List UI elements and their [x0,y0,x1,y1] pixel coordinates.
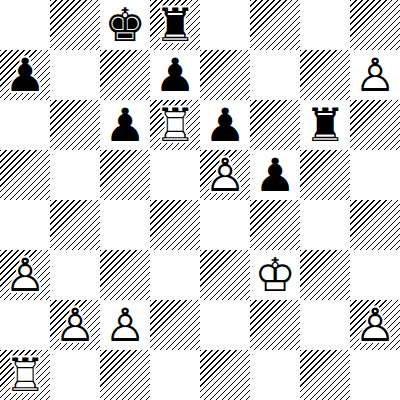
white-king-icon: ♔ [250,250,300,300]
square-d4[interactable] [150,200,200,250]
piece-white-pawn: ♟♙ [350,50,400,100]
square-h1[interactable] [350,350,400,400]
square-g6[interactable]: ♜♜ [300,100,350,150]
piece-black-pawn: ♟♟ [200,100,250,150]
piece-white-pawn: ♟♙ [100,300,150,350]
black-pawn-icon: ♟ [200,100,250,150]
square-b8[interactable] [50,0,100,50]
square-d3[interactable] [150,250,200,300]
square-b3[interactable] [50,250,100,300]
black-pawn-icon: ♟ [250,150,300,200]
square-f7[interactable] [250,50,300,100]
white-pawn-icon: ♙ [350,300,400,350]
square-e4[interactable] [200,200,250,250]
piece-white-pawn: ♟♙ [0,250,50,300]
square-a3[interactable]: ♟♙ [0,250,50,300]
piece-black-king: ♚♚ [100,0,150,50]
black-king-icon: ♚ [100,0,150,50]
square-f1[interactable] [250,350,300,400]
square-c7[interactable] [100,50,150,100]
square-b2[interactable]: ♟♙ [50,300,100,350]
square-g8[interactable] [300,0,350,50]
square-b5[interactable] [50,150,100,200]
square-c2[interactable]: ♟♙ [100,300,150,350]
square-h6[interactable] [350,100,400,150]
piece-black-pawn: ♟♟ [100,100,150,150]
square-g1[interactable] [300,350,350,400]
square-d5[interactable] [150,150,200,200]
chess-board: ♚♚♜♜♟♟♟♟♟♙♟♟♜♖♟♟♜♜♟♙♟♟♟♙♚♔♟♙♟♙♟♙♜♖ [0,0,400,400]
square-a5[interactable] [0,150,50,200]
square-a4[interactable] [0,200,50,250]
piece-white-rook: ♜♖ [0,350,50,400]
white-pawn-icon: ♙ [100,300,150,350]
black-pawn-icon: ♟ [150,50,200,100]
white-rook-icon: ♖ [0,350,50,400]
square-c1[interactable] [100,350,150,400]
black-rook-icon: ♜ [300,100,350,150]
piece-white-pawn: ♟♙ [350,300,400,350]
square-h5[interactable] [350,150,400,200]
white-rook-icon: ♖ [150,100,200,150]
square-c3[interactable] [100,250,150,300]
square-b6[interactable] [50,100,100,150]
square-e2[interactable] [200,300,250,350]
piece-black-pawn: ♟♟ [250,150,300,200]
square-c8[interactable]: ♚♚ [100,0,150,50]
chess-diagram: ♚♚♜♜♟♟♟♟♟♙♟♟♜♖♟♟♜♜♟♙♟♟♟♙♚♔♟♙♟♙♟♙♜♖ [0,0,400,400]
square-d8[interactable]: ♜♜ [150,0,200,50]
square-e1[interactable] [200,350,250,400]
piece-white-king: ♚♔ [250,250,300,300]
white-pawn-icon: ♙ [0,250,50,300]
piece-black-rook: ♜♜ [150,0,200,50]
square-e6[interactable]: ♟♟ [200,100,250,150]
black-pawn-icon: ♟ [100,100,150,150]
square-b4[interactable] [50,200,100,250]
square-d7[interactable]: ♟♟ [150,50,200,100]
piece-white-pawn: ♟♙ [200,150,250,200]
square-e5[interactable]: ♟♙ [200,150,250,200]
square-g5[interactable] [300,150,350,200]
square-f4[interactable] [250,200,300,250]
square-f6[interactable] [250,100,300,150]
square-h3[interactable] [350,250,400,300]
square-g4[interactable] [300,200,350,250]
square-e8[interactable] [200,0,250,50]
white-pawn-icon: ♙ [200,150,250,200]
square-a6[interactable] [0,100,50,150]
square-e3[interactable] [200,250,250,300]
square-e7[interactable] [200,50,250,100]
square-f5[interactable]: ♟♟ [250,150,300,200]
white-pawn-icon: ♙ [50,300,100,350]
piece-black-pawn: ♟♟ [150,50,200,100]
square-g2[interactable] [300,300,350,350]
white-pawn-icon: ♙ [350,50,400,100]
square-d2[interactable] [150,300,200,350]
square-f3[interactable]: ♚♔ [250,250,300,300]
square-h7[interactable]: ♟♙ [350,50,400,100]
square-h4[interactable] [350,200,400,250]
piece-white-rook: ♜♖ [150,100,200,150]
square-d6[interactable]: ♜♖ [150,100,200,150]
square-h8[interactable] [350,0,400,50]
square-f2[interactable] [250,300,300,350]
square-a1[interactable]: ♜♖ [0,350,50,400]
black-rook-icon: ♜ [150,0,200,50]
square-b7[interactable] [50,50,100,100]
square-h2[interactable]: ♟♙ [350,300,400,350]
square-c4[interactable] [100,200,150,250]
square-a2[interactable] [0,300,50,350]
piece-black-pawn: ♟♟ [0,50,50,100]
square-c6[interactable]: ♟♟ [100,100,150,150]
square-g7[interactable] [300,50,350,100]
square-d1[interactable] [150,350,200,400]
square-b1[interactable] [50,350,100,400]
square-g3[interactable] [300,250,350,300]
black-pawn-icon: ♟ [0,50,50,100]
square-a8[interactable] [0,0,50,50]
piece-black-rook: ♜♜ [300,100,350,150]
square-f8[interactable] [250,0,300,50]
square-c5[interactable] [100,150,150,200]
piece-white-pawn: ♟♙ [50,300,100,350]
square-a7[interactable]: ♟♟ [0,50,50,100]
